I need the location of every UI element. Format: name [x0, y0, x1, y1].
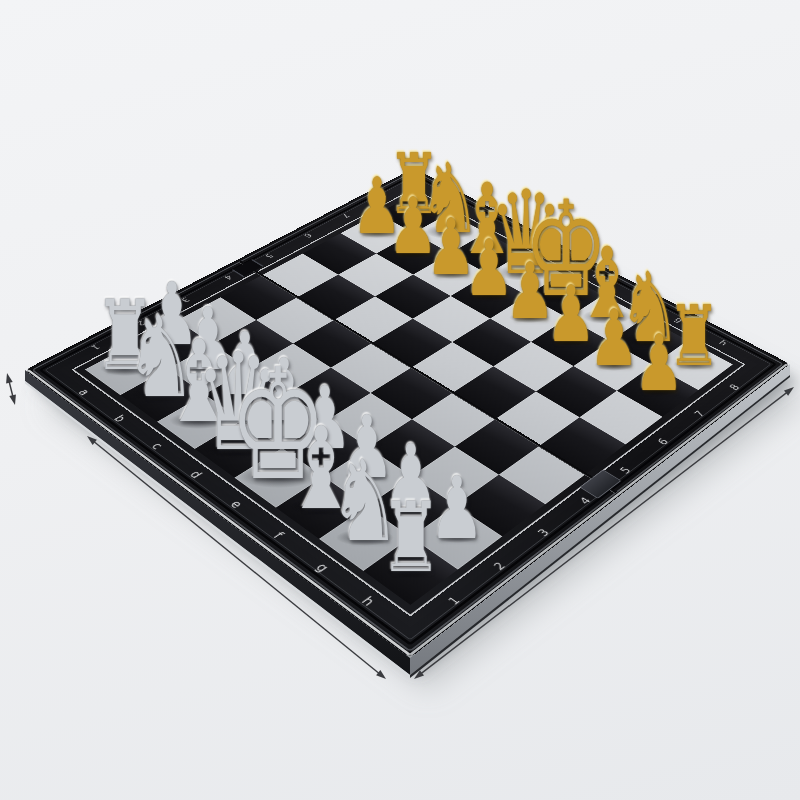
- product-photo-scene: abcdefgh abcdefgh 87654321 87654321 ♜♞♟♝…: [0, 0, 800, 800]
- thickness-dimension-arrow: [6, 373, 16, 405]
